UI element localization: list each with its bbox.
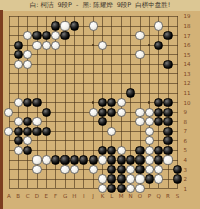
white-stone <box>98 41 107 50</box>
row-label: 15 <box>184 52 191 58</box>
white-stone <box>117 146 126 155</box>
row-label: 6 <box>184 138 188 144</box>
black-player-rank: 9段P <box>117 1 132 9</box>
white-stone <box>89 21 98 30</box>
row-label: 17 <box>184 33 191 39</box>
column-label: A <box>7 193 11 200</box>
go-game-viewer: 白: 柯洁9段P-黑: 陈耀烨9段P白棋中盘胜! ABCDEFGHIJKLMNO… <box>0 0 200 209</box>
white-stone <box>14 60 23 69</box>
column-label: O <box>138 193 142 200</box>
black-stone <box>98 108 107 117</box>
row-label: 4 <box>184 157 188 163</box>
white-stone <box>107 127 116 136</box>
white-stone <box>126 165 135 174</box>
white-stone <box>14 146 23 155</box>
black-stone <box>23 117 32 126</box>
black-stone <box>163 136 172 145</box>
white-stone <box>42 41 51 50</box>
black-stone <box>154 117 163 126</box>
white-stone <box>135 174 144 183</box>
black-stone <box>154 41 163 50</box>
white-stone <box>117 108 126 117</box>
black-stone <box>98 98 107 107</box>
row-label: 3 <box>184 167 188 173</box>
black-stone <box>42 127 51 136</box>
black-stone <box>32 31 41 40</box>
black-stone <box>51 21 60 30</box>
black-stone <box>107 155 116 164</box>
column-label: H <box>72 193 76 200</box>
black-stone <box>14 41 23 50</box>
white-stone <box>135 184 144 193</box>
column-label: L <box>110 193 113 200</box>
row-label: 8 <box>184 119 188 125</box>
white-stone <box>98 155 107 164</box>
white-stone <box>126 184 135 193</box>
column-label: K <box>101 193 105 200</box>
white-stone <box>154 21 163 30</box>
white-stone <box>154 165 163 174</box>
black-stone <box>163 60 172 69</box>
black-stone <box>60 155 69 164</box>
column-label: I <box>83 193 85 200</box>
white-stone <box>145 108 154 117</box>
white-stone <box>145 165 154 174</box>
white-stone <box>126 174 135 183</box>
black-stone <box>163 108 172 117</box>
white-stone <box>145 146 154 155</box>
black-stone <box>89 155 98 164</box>
black-stone <box>126 88 135 97</box>
black-stone <box>117 165 126 174</box>
column-label: G <box>63 193 67 200</box>
black-stone <box>32 127 41 136</box>
row-label: 13 <box>184 71 191 77</box>
black-stone <box>135 165 144 174</box>
column-label: B <box>16 193 20 200</box>
black-stone <box>42 31 51 40</box>
row-label: 18 <box>184 23 191 29</box>
white-stone <box>23 31 32 40</box>
row-label: 14 <box>184 61 191 67</box>
black-stone <box>23 98 32 107</box>
white-stone <box>89 108 98 117</box>
black-stone <box>154 108 163 117</box>
players-separator: - <box>76 1 78 9</box>
black-stone <box>135 146 144 155</box>
black-stone <box>98 146 107 155</box>
white-stone <box>70 165 79 174</box>
game-result: 白棋中盘胜! <box>135 1 170 9</box>
black-stone <box>173 174 182 183</box>
black-stone <box>154 146 163 155</box>
row-label: 16 <box>184 42 191 48</box>
column-label: D <box>35 193 39 200</box>
white-stone <box>23 136 32 145</box>
black-stone <box>107 165 116 174</box>
row-label: 2 <box>184 176 188 182</box>
white-stone <box>145 117 154 126</box>
white-stone <box>98 174 107 183</box>
go-board: ABCDEFGHIJKLMNOPQRS191817161514131211109… <box>0 10 200 209</box>
black-stone <box>117 155 126 164</box>
white-stone <box>14 98 23 107</box>
black-stone <box>163 146 172 155</box>
black-stone <box>14 127 23 136</box>
row-label: 7 <box>184 128 188 134</box>
white-stone <box>32 165 41 174</box>
white-stone <box>145 136 154 145</box>
column-label: J <box>92 193 94 200</box>
grid-line-horizontal <box>9 188 178 189</box>
grid-line-vertical <box>177 16 178 188</box>
white-stone <box>135 50 144 59</box>
white-stone <box>145 155 154 164</box>
black-stone <box>163 98 172 107</box>
white-stone <box>14 117 23 126</box>
black-stone <box>107 184 116 193</box>
black-stone <box>163 127 172 136</box>
black-stone <box>107 108 116 117</box>
black-stone <box>51 155 60 164</box>
white-stone <box>135 117 144 126</box>
black-stone <box>23 146 32 155</box>
black-stone <box>42 108 51 117</box>
row-label: 10 <box>184 100 191 106</box>
row-label: 1 <box>184 186 188 192</box>
row-label: 9 <box>184 109 188 115</box>
black-stone <box>117 174 126 183</box>
white-stone <box>32 155 41 164</box>
black-stone <box>70 21 79 30</box>
white-stone <box>51 41 60 50</box>
black-stone <box>163 31 172 40</box>
black-stone <box>126 155 135 164</box>
white-stone <box>23 50 32 59</box>
white-stone <box>117 98 126 107</box>
white-stone <box>60 21 69 30</box>
black-stone <box>14 136 23 145</box>
black-stone <box>14 50 23 59</box>
white-stone <box>51 31 60 40</box>
white-stone <box>23 60 32 69</box>
white-stone <box>32 117 41 126</box>
column-label: M <box>119 193 124 200</box>
black-stone <box>23 127 32 136</box>
black-stone <box>98 117 107 126</box>
row-label: 12 <box>184 80 191 86</box>
black-stone <box>70 155 79 164</box>
column-label: S <box>176 193 180 200</box>
black-stone <box>154 155 163 164</box>
white-stone <box>32 41 41 50</box>
column-label: P <box>148 193 151 200</box>
column-label: N <box>129 193 133 200</box>
white-stone <box>163 155 172 164</box>
white-stone <box>42 155 51 164</box>
star-point <box>92 44 95 47</box>
star-point <box>92 101 95 104</box>
black-stone <box>107 98 116 107</box>
row-label: 11 <box>184 90 191 96</box>
white-stone <box>4 127 13 136</box>
white-stone <box>4 108 13 117</box>
column-label: C <box>26 193 30 200</box>
column-label: F <box>54 193 57 200</box>
white-stone <box>135 31 144 40</box>
black-stone <box>117 184 126 193</box>
column-label: R <box>166 193 170 200</box>
black-stone <box>173 165 182 174</box>
white-stone <box>135 108 144 117</box>
black-stone <box>79 155 88 164</box>
board-left-edge <box>0 10 3 209</box>
white-player-rank: 9段P <box>57 1 72 9</box>
black-stone <box>32 98 41 107</box>
column-label: Q <box>156 193 160 200</box>
column-label: E <box>45 193 48 200</box>
white-stone <box>60 165 69 174</box>
white-stone <box>154 174 163 183</box>
black-stone <box>107 146 116 155</box>
white-player-label: 白: 柯洁 <box>30 1 54 9</box>
black-stone <box>145 174 154 183</box>
white-stone <box>89 165 98 174</box>
black-stone <box>135 155 144 164</box>
black-stone <box>107 174 116 183</box>
white-stone <box>145 127 154 136</box>
black-stone <box>154 98 163 107</box>
row-label: 5 <box>184 147 188 153</box>
white-stone <box>98 184 107 193</box>
black-stone <box>163 117 172 126</box>
black-player-label: 黑: 陈耀烨 <box>82 1 112 9</box>
row-label: 19 <box>184 13 191 19</box>
black-stone <box>60 31 69 40</box>
